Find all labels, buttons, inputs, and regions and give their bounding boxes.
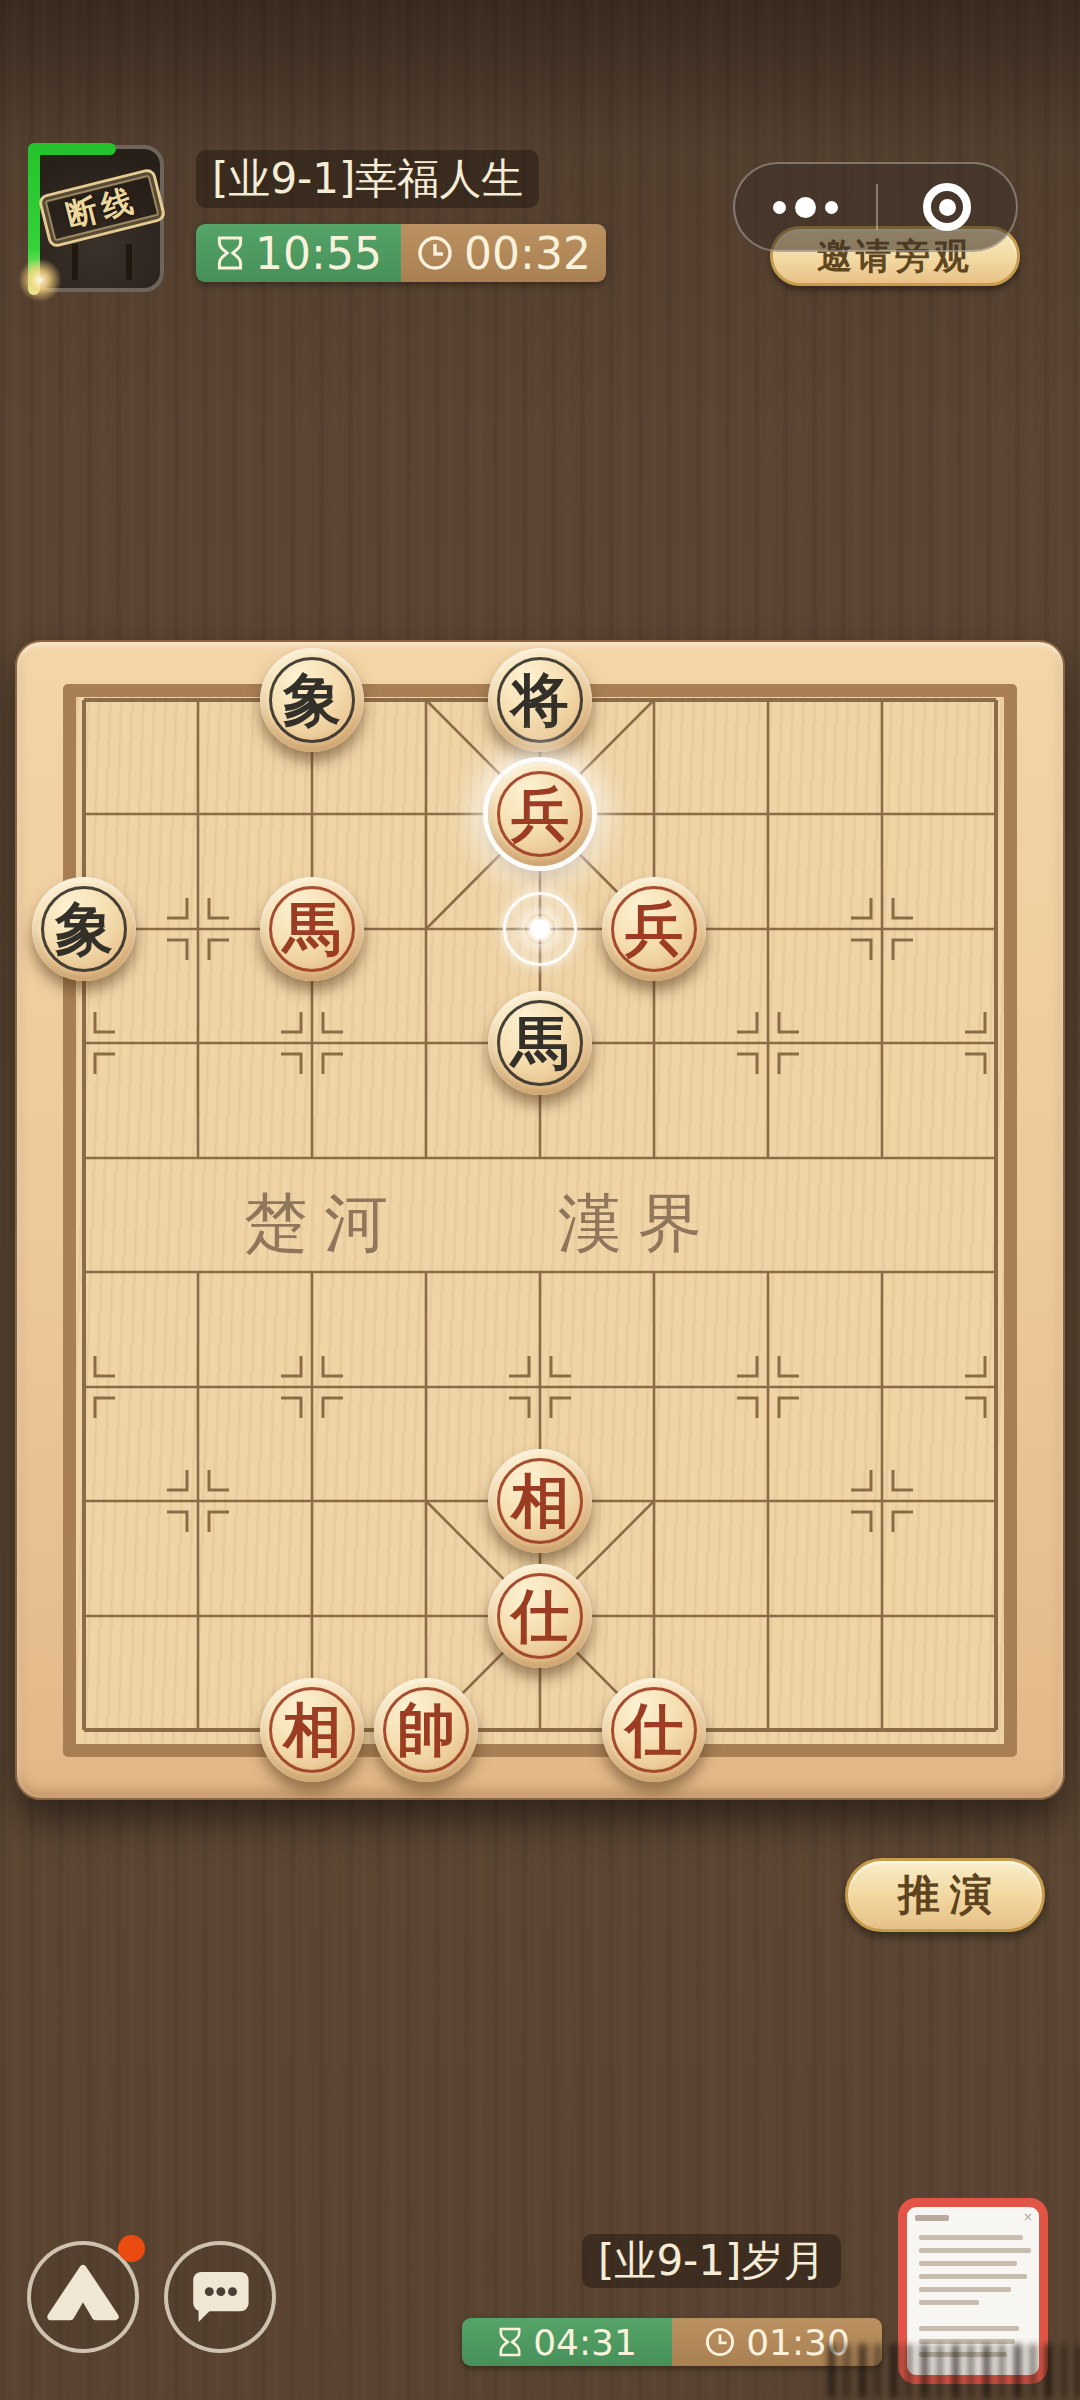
top-shade	[0, 0, 1080, 150]
bottom-main-timer: 04:31	[462, 2318, 672, 2366]
bottom-player-timers: 04:31 01:30	[462, 2318, 882, 2366]
piece-character: 仕	[511, 1587, 569, 1645]
top-player-name: [业9-1]幸福人生	[196, 150, 539, 208]
bottom-main-time: 04:31	[533, 2322, 637, 2363]
top-main-time: 10:55	[255, 228, 382, 279]
piece-character: 仕	[625, 1701, 683, 1759]
piece-black-f4r3[interactable]: 馬	[488, 991, 592, 1095]
clock-icon	[704, 2326, 736, 2358]
top-player-timers: 10:55 00:32	[196, 224, 606, 282]
motion-blur-watermark	[828, 2344, 1080, 2398]
top-move-time: 00:32	[464, 228, 591, 279]
piece-character: 象	[283, 671, 341, 729]
piece-black-f0r2[interactable]: 象	[32, 877, 136, 981]
river-label-right: 漢界	[480, 1180, 780, 1264]
close-icon[interactable]: ×	[1023, 2210, 1033, 2224]
chat-bubble-icon	[170, 2247, 270, 2347]
top-main-timer: 10:55	[196, 224, 401, 282]
sign-leg	[72, 244, 78, 280]
piece-red-f3r9[interactable]: 帥	[374, 1678, 478, 1782]
piece-red-f4r1[interactable]: 兵	[488, 762, 592, 866]
piece-red-f2r9[interactable]: 相	[260, 1678, 364, 1782]
avatar-timer-arc	[30, 143, 116, 155]
avatar-flare	[18, 258, 62, 302]
piece-character: 馬	[283, 900, 341, 958]
piece-black-f2r0[interactable]: 象	[260, 648, 364, 752]
hourglass-icon	[215, 233, 245, 273]
piece-red-f5r9[interactable]: 仕	[602, 1678, 706, 1782]
mountain-arrow-icon	[33, 2247, 133, 2347]
disconnected-sign: 断线	[37, 167, 166, 248]
close-circle-icon[interactable]	[878, 183, 1016, 231]
more-icon[interactable]	[735, 197, 876, 218]
notification-badge	[118, 2235, 145, 2262]
piece-red-f4r7[interactable]: 相	[488, 1449, 592, 1553]
sign-leg	[126, 244, 132, 280]
piece-red-f2r2[interactable]: 馬	[260, 877, 364, 981]
wechat-capsule	[733, 162, 1018, 252]
piece-character: 相	[283, 1701, 341, 1759]
piece-character: 兵	[625, 900, 683, 958]
top-player-avatar[interactable]: 断线	[30, 145, 164, 292]
chat-button[interactable]	[164, 2241, 276, 2353]
piece-black-f4r0[interactable]: 将	[488, 648, 592, 752]
top-move-timer: 00:32	[401, 224, 606, 282]
xiangqi-game-screen: 楚河 漢界 象将兵象馬兵馬相仕相帥仕 断线 [业9-1]幸福人生 10:55 0…	[0, 0, 1080, 2400]
piece-character: 象	[55, 900, 113, 958]
piece-red-f5r2[interactable]: 兵	[602, 877, 706, 981]
bottom-player-name: [业9-1]岁月	[582, 2234, 841, 2288]
piece-character: 兵	[511, 785, 569, 843]
hourglass-icon	[497, 2325, 523, 2359]
piece-red-f4r8[interactable]: 仕	[488, 1564, 592, 1668]
piece-character: 相	[511, 1472, 569, 1530]
piece-character: 将	[511, 671, 569, 729]
piece-character: 帥	[397, 1701, 455, 1759]
clock-icon	[416, 234, 454, 272]
river-label-left: 楚河	[166, 1180, 466, 1264]
deduce-button[interactable]: 推演	[845, 1858, 1045, 1932]
move-origin-marker	[503, 892, 577, 966]
piece-character: 馬	[511, 1014, 569, 1072]
